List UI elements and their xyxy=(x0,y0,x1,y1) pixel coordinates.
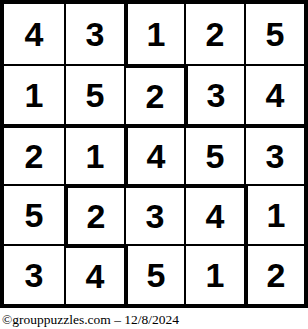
copyright-caption: ©grouppuzzles.com – 12/8/2024 xyxy=(2,312,308,328)
cell-r2c5: 4 xyxy=(244,64,304,124)
cell-r2c3: 2 xyxy=(124,64,184,124)
cell-r5c5: 2 xyxy=(244,244,304,304)
cell-r3c1: 2 xyxy=(4,124,64,184)
cell-r1c5: 5 xyxy=(244,4,304,64)
cell-r3c4: 5 xyxy=(184,124,244,184)
cell-r4c1: 5 xyxy=(4,184,64,244)
cell-r1c3: 1 xyxy=(124,4,184,64)
cell-r4c3: 3 xyxy=(124,184,184,244)
cell-r4c4: 4 xyxy=(184,184,244,244)
cell-r5c2: 4 xyxy=(64,244,124,304)
cell-r2c4: 3 xyxy=(184,64,244,124)
cell-r1c4: 2 xyxy=(184,4,244,64)
cell-r4c5: 1 xyxy=(244,184,304,244)
cell-r3c3: 4 xyxy=(124,124,184,184)
cell-r2c1: 1 xyxy=(4,64,64,124)
cell-r1c1: 4 xyxy=(4,4,64,64)
cell-r2c2: 5 xyxy=(64,64,124,124)
cell-r5c4: 1 xyxy=(184,244,244,304)
cell-r3c2: 1 xyxy=(64,124,124,184)
cell-r4c2: 2 xyxy=(64,184,124,244)
cell-r5c3: 5 xyxy=(124,244,184,304)
cell-r3c5: 3 xyxy=(244,124,304,184)
cell-r1c2: 3 xyxy=(64,4,124,64)
puzzle-board: 4312515234214535234134512 xyxy=(0,0,308,308)
cell-r5c1: 3 xyxy=(4,244,64,304)
